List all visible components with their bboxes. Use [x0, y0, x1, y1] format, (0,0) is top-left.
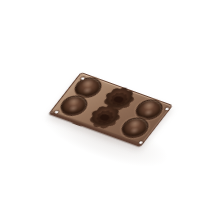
corner-hole — [54, 110, 59, 114]
corner-hole — [138, 140, 143, 144]
product-photo-scene — [0, 0, 220, 220]
